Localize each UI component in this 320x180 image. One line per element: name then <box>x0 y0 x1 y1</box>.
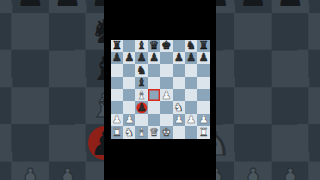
square-h2[interactable]: ♟ <box>197 114 209 126</box>
black-pawn-c7[interactable]: ♟ <box>137 52 147 63</box>
square-e4[interactable]: ♟ <box>160 89 172 101</box>
square-c2[interactable] <box>135 114 147 126</box>
square-f4[interactable] <box>173 89 185 101</box>
square-d7[interactable]: ♟ <box>148 52 160 64</box>
square-d5[interactable] <box>148 77 160 89</box>
square-b3 <box>49 124 86 161</box>
square-b1[interactable]: ♞ <box>123 126 135 138</box>
square-e7[interactable] <box>160 52 172 64</box>
square-g8[interactable]: ♞ <box>185 40 197 52</box>
black-pawn-g7[interactable]: ♟ <box>186 52 196 63</box>
square-b3[interactable] <box>123 101 135 113</box>
square-g6 <box>235 13 272 50</box>
square-f1[interactable] <box>173 126 185 138</box>
square-c6[interactable]: ♞ <box>135 64 147 76</box>
square-f3[interactable]: ♞ <box>173 101 185 113</box>
white-pawn-h2[interactable]: ♟ <box>199 114 209 125</box>
square-g5 <box>235 50 272 87</box>
black-pawn-h7[interactable]: ♟ <box>199 52 209 63</box>
square-g5[interactable] <box>185 77 197 89</box>
square-a8[interactable]: ♜ <box>111 40 123 52</box>
square-a7[interactable]: ♟ <box>111 52 123 64</box>
square-g2: ♟ <box>235 162 272 180</box>
square-g3[interactable] <box>185 101 197 113</box>
square-a4 <box>12 87 49 124</box>
black-pawn-c3[interactable]: ♟ <box>137 102 147 113</box>
white-knight-f3[interactable]: ♞ <box>174 102 184 113</box>
square-g7[interactable]: ♟ <box>185 52 197 64</box>
video-frame: ♜♝♛♚♞♜♟♟♟♟♟♟♟♞♝♝♟♟♞♟♟♟♟♟♜♞♝♛♚♜ ♜♝♛♚♞♜♟♟♟… <box>0 0 320 180</box>
square-h5 <box>272 50 309 87</box>
white-pawn-a2[interactable]: ♟ <box>112 114 122 125</box>
square-a4[interactable] <box>111 89 123 101</box>
square-c8[interactable]: ♝ <box>135 40 147 52</box>
square-g3 <box>235 124 272 161</box>
square-b5[interactable] <box>123 77 135 89</box>
annotation-outline-d4[interactable] <box>148 89 160 101</box>
square-b2: ♟ <box>49 162 86 180</box>
white-pawn-b2[interactable]: ♟ <box>124 114 134 125</box>
square-a6[interactable] <box>111 64 123 76</box>
square-a2: ♟ <box>12 162 49 180</box>
square-e3[interactable] <box>160 101 172 113</box>
white-pawn-f2[interactable]: ♟ <box>174 114 184 125</box>
square-f7[interactable]: ♟ <box>173 52 185 64</box>
square-b6[interactable] <box>123 64 135 76</box>
square-h7: ♟ <box>272 0 309 13</box>
square-g4 <box>235 87 272 124</box>
square-g2[interactable]: ♟ <box>185 114 197 126</box>
square-a5 <box>12 50 49 87</box>
square-e8[interactable]: ♚ <box>160 40 172 52</box>
square-b4[interactable] <box>123 89 135 101</box>
square-h5[interactable] <box>197 77 209 89</box>
square-e6[interactable] <box>160 64 172 76</box>
square-f8[interactable] <box>173 40 185 52</box>
white-pawn-g2[interactable]: ♟ <box>186 114 196 125</box>
square-b6 <box>49 13 86 50</box>
square-f5[interactable] <box>173 77 185 89</box>
square-d2[interactable] <box>148 114 160 126</box>
square-b7: ♟ <box>49 0 86 13</box>
square-a2[interactable]: ♟ <box>111 114 123 126</box>
square-a3[interactable] <box>111 101 123 113</box>
square-b8[interactable] <box>123 40 135 52</box>
black-pawn-b7[interactable]: ♟ <box>124 52 134 63</box>
black-pawn-d7[interactable]: ♟ <box>149 52 159 63</box>
black-rook-a8[interactable]: ♜ <box>112 40 122 51</box>
square-a3 <box>12 124 49 161</box>
square-f6[interactable] <box>173 64 185 76</box>
square-d6[interactable] <box>148 64 160 76</box>
square-g4[interactable] <box>185 89 197 101</box>
black-pawn-g7: ♟ <box>238 0 268 11</box>
white-queen-d1[interactable]: ♛ <box>149 127 159 138</box>
square-b5 <box>49 50 86 87</box>
white-pawn-h2: ♟ <box>275 164 305 180</box>
square-h3 <box>272 124 309 161</box>
white-pawn-b2: ♟ <box>53 164 83 180</box>
white-pawn-a2: ♟ <box>16 164 46 180</box>
black-knight-g8[interactable]: ♞ <box>186 40 196 51</box>
square-d3[interactable] <box>148 101 160 113</box>
square-g1[interactable] <box>185 126 197 138</box>
square-h3[interactable] <box>197 101 209 113</box>
black-pawn-b7: ♟ <box>53 0 83 11</box>
square-b2[interactable]: ♟ <box>123 114 135 126</box>
square-e2[interactable] <box>160 114 172 126</box>
square-h2: ♟ <box>272 162 309 180</box>
black-bishop-c5[interactable]: ♝ <box>137 77 147 88</box>
white-rook-a1[interactable]: ♜ <box>112 127 122 138</box>
square-h7[interactable]: ♟ <box>197 52 209 64</box>
black-pawn-f7[interactable]: ♟ <box>174 52 184 63</box>
white-bishop-c1[interactable]: ♝ <box>137 127 147 138</box>
square-c4[interactable]: ♝ <box>135 89 147 101</box>
black-pawn-a7: ♟ <box>16 0 46 11</box>
square-e1[interactable]: ♚ <box>160 126 172 138</box>
black-queen-d8[interactable]: ♛ <box>149 40 159 51</box>
square-h1[interactable]: ♜ <box>197 126 209 138</box>
square-c5[interactable]: ♝ <box>135 77 147 89</box>
square-d1[interactable]: ♛ <box>148 126 160 138</box>
square-b4 <box>49 87 86 124</box>
square-h6[interactable] <box>197 64 209 76</box>
square-b7[interactable]: ♟ <box>123 52 135 64</box>
white-bishop-c4[interactable]: ♝ <box>137 90 147 101</box>
square-g6[interactable] <box>185 64 197 76</box>
square-e5[interactable] <box>160 77 172 89</box>
square-c1[interactable]: ♝ <box>135 126 147 138</box>
square-h6 <box>272 13 309 50</box>
white-knight-b1[interactable]: ♞ <box>124 127 134 138</box>
black-pawn-h7: ♟ <box>275 0 305 11</box>
square-a1[interactable]: ♜ <box>111 126 123 138</box>
square-c3[interactable]: ♟ <box>135 101 147 113</box>
square-a6 <box>12 13 49 50</box>
square-h8[interactable]: ♜ <box>197 40 209 52</box>
black-rook-h8[interactable]: ♜ <box>199 40 209 51</box>
chess-board[interactable]: ♜♝♛♚♞♜♟♟♟♟♟♟♟♞♝♝♟♟♞♟♟♟♟♟♜♞♝♛♚♜ <box>111 40 210 139</box>
square-f2[interactable]: ♟ <box>173 114 185 126</box>
square-g7: ♟ <box>235 0 272 13</box>
square-c7[interactable]: ♟ <box>135 52 147 64</box>
black-bishop-c8[interactable]: ♝ <box>137 40 147 51</box>
square-h4[interactable] <box>197 89 209 101</box>
white-pawn-g2: ♟ <box>238 164 268 180</box>
square-h4 <box>272 87 309 124</box>
white-pawn-e4[interactable]: ♟ <box>161 90 171 101</box>
square-a5[interactable] <box>111 77 123 89</box>
square-a7: ♟ <box>12 0 49 13</box>
black-king-e8[interactable]: ♚ <box>161 40 171 51</box>
white-rook-h1[interactable]: ♜ <box>199 127 209 138</box>
square-d8[interactable]: ♛ <box>148 40 160 52</box>
black-knight-c6[interactable]: ♞ <box>137 65 147 76</box>
black-pawn-a7[interactable]: ♟ <box>112 52 122 63</box>
white-king-e1[interactable]: ♚ <box>161 127 171 138</box>
